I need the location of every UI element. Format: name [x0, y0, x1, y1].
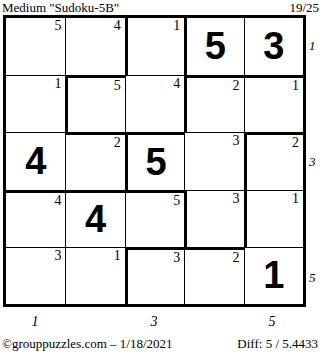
given-digit: 1: [245, 248, 303, 304]
cell-r1c5[interactable]: 3: [244, 18, 303, 75]
cell-r5c3[interactable]: 3: [125, 247, 184, 304]
cell-r1c4[interactable]: 5: [184, 18, 243, 75]
cell-r4c3[interactable]: 5: [125, 190, 184, 247]
cell-r2c5[interactable]: 1: [244, 75, 303, 132]
cell-r4c5[interactable]: 1: [244, 190, 303, 247]
cell-r3c3[interactable]: 5: [125, 132, 184, 189]
row-label-3: 3: [309, 154, 320, 170]
cell-r4c2[interactable]: 4: [65, 190, 124, 247]
difficulty-text: Diff: 5 / 5.4433: [237, 336, 318, 352]
cell-r2c4[interactable]: 2: [184, 75, 243, 132]
given-digit: [245, 78, 303, 132]
cell-r3c1[interactable]: 4: [6, 132, 65, 189]
cell-r2c3[interactable]: 4: [125, 75, 184, 132]
given-digit: [6, 76, 65, 132]
given-digit: [247, 135, 303, 189]
col-label-1: 1: [25, 314, 45, 330]
cell-r3c2[interactable]: 2: [65, 132, 124, 189]
row-label-1: 1: [309, 38, 320, 54]
given-digit: [247, 191, 303, 247]
given-digit: [6, 193, 65, 247]
cell-r5c5[interactable]: 1: [244, 247, 303, 304]
cell-r5c1[interactable]: 3: [6, 247, 65, 304]
row-label-5: 5: [309, 270, 320, 286]
given-digit: 3: [245, 18, 303, 75]
given-digit: [187, 191, 243, 247]
col-label-5: 5: [262, 314, 282, 330]
cell-r2c1[interactable]: 1: [6, 75, 65, 132]
cell-r3c5[interactable]: 2: [244, 132, 303, 189]
cell-r1c1[interactable]: 5: [6, 18, 65, 75]
given-digit: [66, 248, 124, 304]
given-digit: [6, 248, 65, 304]
cell-r3c4[interactable]: 3: [184, 132, 243, 189]
cell-r5c2[interactable]: 1: [65, 247, 124, 304]
cell-r1c3[interactable]: 1: [125, 18, 184, 75]
cell-r2c2[interactable]: 5: [65, 75, 124, 132]
given-digit: 5: [128, 135, 184, 189]
given-digit: [185, 250, 243, 304]
given-digit: 4: [66, 193, 124, 247]
given-digit: [66, 135, 124, 189]
page-indicator: 19/25: [289, 0, 319, 16]
given-digit: [128, 18, 184, 75]
given-digit: 5: [187, 18, 243, 75]
cell-r5c4[interactable]: 2: [184, 247, 243, 304]
page-title: Medium "Sudoku-5B": [2, 0, 119, 16]
given-digit: [126, 193, 184, 247]
given-digit: [185, 133, 243, 189]
given-digit: [187, 78, 243, 132]
given-digit: [66, 18, 124, 75]
given-digit: [6, 18, 65, 75]
copyright-text: ©grouppuzzles.com – 1/18/2021: [2, 336, 173, 352]
sudoku-board: 5 4 1 5 3 1 5 4 2 1 4 2 5 3 2 4 4 5 3 1 …: [3, 15, 306, 307]
cell-r4c1[interactable]: 4: [6, 190, 65, 247]
given-digit: [128, 250, 184, 304]
col-label-3: 3: [144, 314, 164, 330]
cell-r4c4[interactable]: 3: [184, 190, 243, 247]
given-digit: 4: [6, 133, 65, 189]
given-digit: [68, 78, 124, 132]
given-digit: [126, 76, 184, 132]
cell-r1c2[interactable]: 4: [65, 18, 124, 75]
